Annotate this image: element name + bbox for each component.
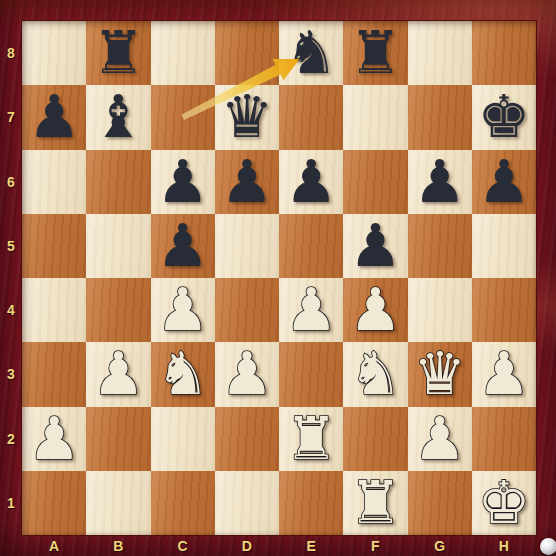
square-d8[interactable] — [215, 21, 279, 85]
piece-white-pawn[interactable]: ♟ — [220, 342, 273, 406]
square-e4[interactable]: ♟ — [279, 278, 343, 342]
square-g7[interactable] — [408, 85, 472, 149]
file-label-h: H — [472, 535, 536, 556]
piece-white-knight[interactable]: ♞ — [156, 342, 209, 406]
square-e1[interactable] — [279, 471, 343, 535]
square-f2[interactable] — [343, 407, 407, 471]
rank-label-5: 5 — [0, 214, 22, 278]
square-f8[interactable]: ♜ — [343, 21, 407, 85]
file-labels: ABCDEFGH — [22, 535, 536, 556]
square-f1[interactable]: ♜ — [343, 471, 407, 535]
square-b7[interactable]: ♝ — [86, 85, 150, 149]
square-c8[interactable] — [151, 21, 215, 85]
square-d2[interactable] — [215, 407, 279, 471]
square-d6[interactable]: ♟ — [215, 150, 279, 214]
file-label-d: D — [215, 535, 279, 556]
square-c5[interactable]: ♟ — [151, 214, 215, 278]
square-f5[interactable]: ♟ — [343, 214, 407, 278]
square-g1[interactable] — [408, 471, 472, 535]
square-b6[interactable] — [86, 150, 150, 214]
piece-white-pawn[interactable]: ♟ — [285, 278, 338, 342]
square-g5[interactable] — [408, 214, 472, 278]
square-h6[interactable]: ♟ — [472, 150, 536, 214]
square-a2[interactable]: ♟ — [22, 407, 86, 471]
square-c1[interactable] — [151, 471, 215, 535]
piece-white-rook[interactable]: ♜ — [349, 471, 402, 535]
piece-white-pawn[interactable]: ♟ — [92, 342, 145, 406]
square-g2[interactable]: ♟ — [408, 407, 472, 471]
piece-black-queen[interactable]: ♛ — [220, 85, 273, 149]
square-b1[interactable] — [86, 471, 150, 535]
square-a1[interactable] — [22, 471, 86, 535]
rank-label-2: 2 — [0, 407, 22, 471]
piece-black-pawn[interactable]: ♟ — [28, 85, 81, 149]
square-f6[interactable] — [343, 150, 407, 214]
square-b2[interactable] — [86, 407, 150, 471]
square-g8[interactable] — [408, 21, 472, 85]
file-label-c: C — [151, 535, 215, 556]
piece-white-queen[interactable]: ♛ — [413, 342, 466, 406]
square-e8[interactable]: ♞ — [279, 21, 343, 85]
piece-black-rook[interactable]: ♜ — [349, 21, 402, 85]
rank-label-1: 1 — [0, 471, 22, 535]
square-d1[interactable] — [215, 471, 279, 535]
square-d5[interactable] — [215, 214, 279, 278]
piece-black-pawn[interactable]: ♟ — [220, 150, 273, 214]
square-c7[interactable] — [151, 85, 215, 149]
rank-label-4: 4 — [0, 278, 22, 342]
square-d3[interactable]: ♟ — [215, 342, 279, 406]
square-b4[interactable] — [86, 278, 150, 342]
square-a8[interactable] — [22, 21, 86, 85]
chess-board: ♜♞♜♟♝♛♚♟♟♟♟♟♟♟♟♟♟♟♞♟♞♛♟♟♜♟♜♚ — [22, 21, 536, 535]
square-e3[interactable] — [279, 342, 343, 406]
chess-board-frame: ♜♞♜♟♝♛♚♟♟♟♟♟♟♟♟♟♟♟♞♟♞♛♟♟♜♟♜♚ 87654321 AB… — [0, 0, 556, 556]
square-e7[interactable] — [279, 85, 343, 149]
rank-label-8: 8 — [0, 21, 22, 85]
square-h2[interactable] — [472, 407, 536, 471]
piece-black-pawn[interactable]: ♟ — [477, 150, 530, 214]
rank-label-3: 3 — [0, 342, 22, 406]
square-h8[interactable] — [472, 21, 536, 85]
square-a3[interactable] — [22, 342, 86, 406]
piece-white-rook[interactable]: ♜ — [285, 407, 338, 471]
square-h7[interactable]: ♚ — [472, 85, 536, 149]
square-e2[interactable]: ♜ — [279, 407, 343, 471]
square-g4[interactable] — [408, 278, 472, 342]
white-to-move-indicator — [540, 538, 556, 555]
piece-white-pawn[interactable]: ♟ — [28, 407, 81, 471]
rank-label-7: 7 — [0, 85, 22, 149]
square-h1[interactable]: ♚ — [472, 471, 536, 535]
square-f7[interactable] — [343, 85, 407, 149]
square-f4[interactable]: ♟ — [343, 278, 407, 342]
square-c3[interactable]: ♞ — [151, 342, 215, 406]
file-label-e: E — [279, 535, 343, 556]
file-label-g: G — [408, 535, 472, 556]
piece-black-pawn[interactable]: ♟ — [349, 214, 402, 278]
square-e6[interactable]: ♟ — [279, 150, 343, 214]
square-b8[interactable]: ♜ — [86, 21, 150, 85]
square-h3[interactable]: ♟ — [472, 342, 536, 406]
piece-white-pawn[interactable]: ♟ — [413, 407, 466, 471]
piece-white-king[interactable]: ♚ — [477, 471, 530, 535]
square-c4[interactable]: ♟ — [151, 278, 215, 342]
file-label-a: A — [22, 535, 86, 556]
square-a4[interactable] — [22, 278, 86, 342]
square-e5[interactable] — [279, 214, 343, 278]
square-c6[interactable]: ♟ — [151, 150, 215, 214]
piece-black-rook[interactable]: ♜ — [92, 21, 145, 85]
square-g3[interactable]: ♛ — [408, 342, 472, 406]
piece-white-pawn[interactable]: ♟ — [156, 278, 209, 342]
square-a7[interactable]: ♟ — [22, 85, 86, 149]
piece-black-bishop[interactable]: ♝ — [92, 85, 145, 149]
square-h4[interactable] — [472, 278, 536, 342]
rank-label-6: 6 — [0, 150, 22, 214]
square-b3[interactable]: ♟ — [86, 342, 150, 406]
piece-black-pawn[interactable]: ♟ — [285, 150, 338, 214]
square-d4[interactable] — [215, 278, 279, 342]
square-d7[interactable]: ♛ — [215, 85, 279, 149]
piece-white-pawn[interactable]: ♟ — [477, 342, 530, 406]
piece-black-pawn[interactable]: ♟ — [413, 150, 466, 214]
piece-black-king[interactable]: ♚ — [477, 85, 530, 149]
square-f3[interactable]: ♞ — [343, 342, 407, 406]
piece-black-pawn[interactable]: ♟ — [156, 214, 209, 278]
piece-black-knight[interactable]: ♞ — [285, 21, 338, 85]
square-c2[interactable] — [151, 407, 215, 471]
file-label-f: F — [343, 535, 407, 556]
square-a6[interactable] — [22, 150, 86, 214]
piece-white-pawn[interactable]: ♟ — [349, 278, 402, 342]
square-g6[interactable]: ♟ — [408, 150, 472, 214]
square-a5[interactable] — [22, 214, 86, 278]
file-label-b: B — [86, 535, 150, 556]
piece-white-knight[interactable]: ♞ — [349, 342, 402, 406]
square-h5[interactable] — [472, 214, 536, 278]
rank-labels: 87654321 — [0, 21, 22, 535]
square-b5[interactable] — [86, 214, 150, 278]
piece-black-pawn[interactable]: ♟ — [156, 150, 209, 214]
